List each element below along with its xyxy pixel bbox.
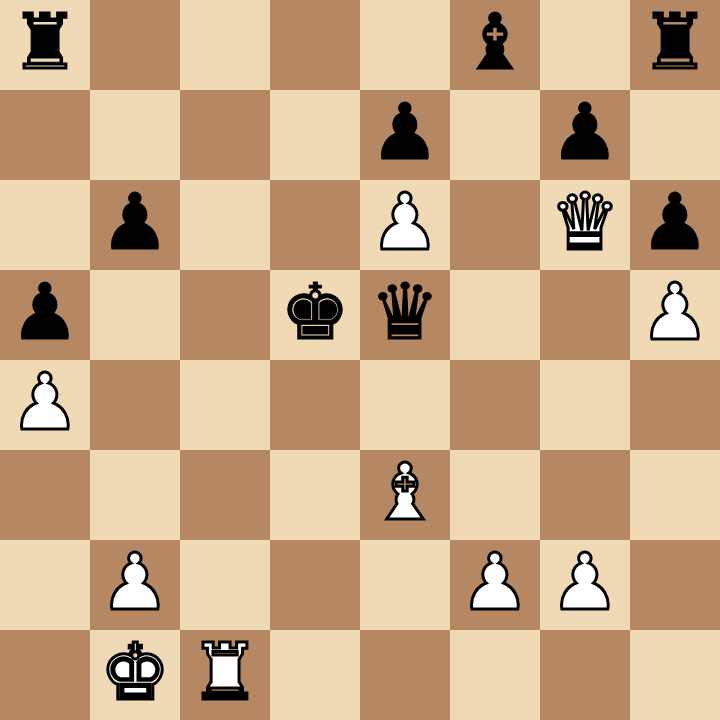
square-e4[interactable] xyxy=(360,360,450,450)
square-a5[interactable]: ♟ xyxy=(0,270,90,360)
square-e3[interactable]: ♝ xyxy=(360,450,450,540)
black-rook[interactable]: ♜ xyxy=(10,0,80,87)
square-a3[interactable] xyxy=(0,450,90,540)
square-d2[interactable] xyxy=(270,540,360,630)
square-f7[interactable] xyxy=(450,90,540,180)
square-h7[interactable] xyxy=(630,90,720,180)
square-h8[interactable]: ♜ xyxy=(630,0,720,90)
square-e6[interactable]: ♟ xyxy=(360,180,450,270)
square-h4[interactable] xyxy=(630,360,720,450)
square-d3[interactable] xyxy=(270,450,360,540)
square-f1[interactable] xyxy=(450,630,540,720)
square-g3[interactable] xyxy=(540,450,630,540)
black-pawn[interactable]: ♟ xyxy=(640,177,710,267)
square-f4[interactable] xyxy=(450,360,540,450)
square-a8[interactable]: ♜ xyxy=(0,0,90,90)
square-c3[interactable] xyxy=(180,450,270,540)
black-pawn[interactable]: ♟ xyxy=(100,177,170,267)
white-pawn[interactable]: ♟ xyxy=(370,177,440,267)
black-rook[interactable]: ♜ xyxy=(640,0,710,87)
square-e8[interactable] xyxy=(360,0,450,90)
white-king[interactable]: ♚ xyxy=(100,627,170,717)
black-pawn[interactable]: ♟ xyxy=(550,87,620,177)
square-h2[interactable] xyxy=(630,540,720,630)
black-king[interactable]: ♚ xyxy=(280,267,350,357)
square-g6[interactable]: ♛ xyxy=(540,180,630,270)
white-pawn[interactable]: ♟ xyxy=(640,267,710,357)
square-f6[interactable] xyxy=(450,180,540,270)
white-rook[interactable]: ♜ xyxy=(190,627,260,717)
square-g7[interactable]: ♟ xyxy=(540,90,630,180)
square-b2[interactable]: ♟ xyxy=(90,540,180,630)
square-a1[interactable] xyxy=(0,630,90,720)
square-f8[interactable]: ♝ xyxy=(450,0,540,90)
white-pawn[interactable]: ♟ xyxy=(100,537,170,627)
square-h5[interactable]: ♟ xyxy=(630,270,720,360)
square-c7[interactable] xyxy=(180,90,270,180)
square-c1[interactable]: ♜ xyxy=(180,630,270,720)
square-e7[interactable]: ♟ xyxy=(360,90,450,180)
square-d8[interactable] xyxy=(270,0,360,90)
square-c2[interactable] xyxy=(180,540,270,630)
square-b4[interactable] xyxy=(90,360,180,450)
square-g5[interactable] xyxy=(540,270,630,360)
square-b1[interactable]: ♚ xyxy=(90,630,180,720)
white-pawn[interactable]: ♟ xyxy=(550,537,620,627)
square-b6[interactable]: ♟ xyxy=(90,180,180,270)
white-pawn[interactable]: ♟ xyxy=(10,357,80,447)
square-d4[interactable] xyxy=(270,360,360,450)
square-b7[interactable] xyxy=(90,90,180,180)
square-a4[interactable]: ♟ xyxy=(0,360,90,450)
square-d1[interactable] xyxy=(270,630,360,720)
square-c5[interactable] xyxy=(180,270,270,360)
square-e5[interactable]: ♛ xyxy=(360,270,450,360)
square-a2[interactable] xyxy=(0,540,90,630)
black-pawn[interactable]: ♟ xyxy=(10,267,80,357)
square-h1[interactable] xyxy=(630,630,720,720)
white-pawn[interactable]: ♟ xyxy=(460,537,530,627)
square-f5[interactable] xyxy=(450,270,540,360)
square-g4[interactable] xyxy=(540,360,630,450)
square-g8[interactable] xyxy=(540,0,630,90)
square-b3[interactable] xyxy=(90,450,180,540)
square-e2[interactable] xyxy=(360,540,450,630)
square-f2[interactable]: ♟ xyxy=(450,540,540,630)
square-d5[interactable]: ♚ xyxy=(270,270,360,360)
black-pawn[interactable]: ♟ xyxy=(370,87,440,177)
square-d7[interactable] xyxy=(270,90,360,180)
white-bishop[interactable]: ♝ xyxy=(370,447,440,537)
black-queen[interactable]: ♛ xyxy=(370,267,440,357)
chess-board: ♜♝♜♟♟♟♟♛♟♟♚♛♟♟♝♟♟♟♚♜ xyxy=(0,0,720,720)
square-e1[interactable] xyxy=(360,630,450,720)
square-a7[interactable] xyxy=(0,90,90,180)
black-bishop[interactable]: ♝ xyxy=(460,0,530,87)
square-h3[interactable] xyxy=(630,450,720,540)
square-c8[interactable] xyxy=(180,0,270,90)
square-a6[interactable] xyxy=(0,180,90,270)
square-b8[interactable] xyxy=(90,0,180,90)
square-h6[interactable]: ♟ xyxy=(630,180,720,270)
square-f3[interactable] xyxy=(450,450,540,540)
white-queen[interactable]: ♛ xyxy=(550,177,620,267)
square-c6[interactable] xyxy=(180,180,270,270)
square-b5[interactable] xyxy=(90,270,180,360)
square-g2[interactable]: ♟ xyxy=(540,540,630,630)
square-g1[interactable] xyxy=(540,630,630,720)
square-d6[interactable] xyxy=(270,180,360,270)
square-c4[interactable] xyxy=(180,360,270,450)
